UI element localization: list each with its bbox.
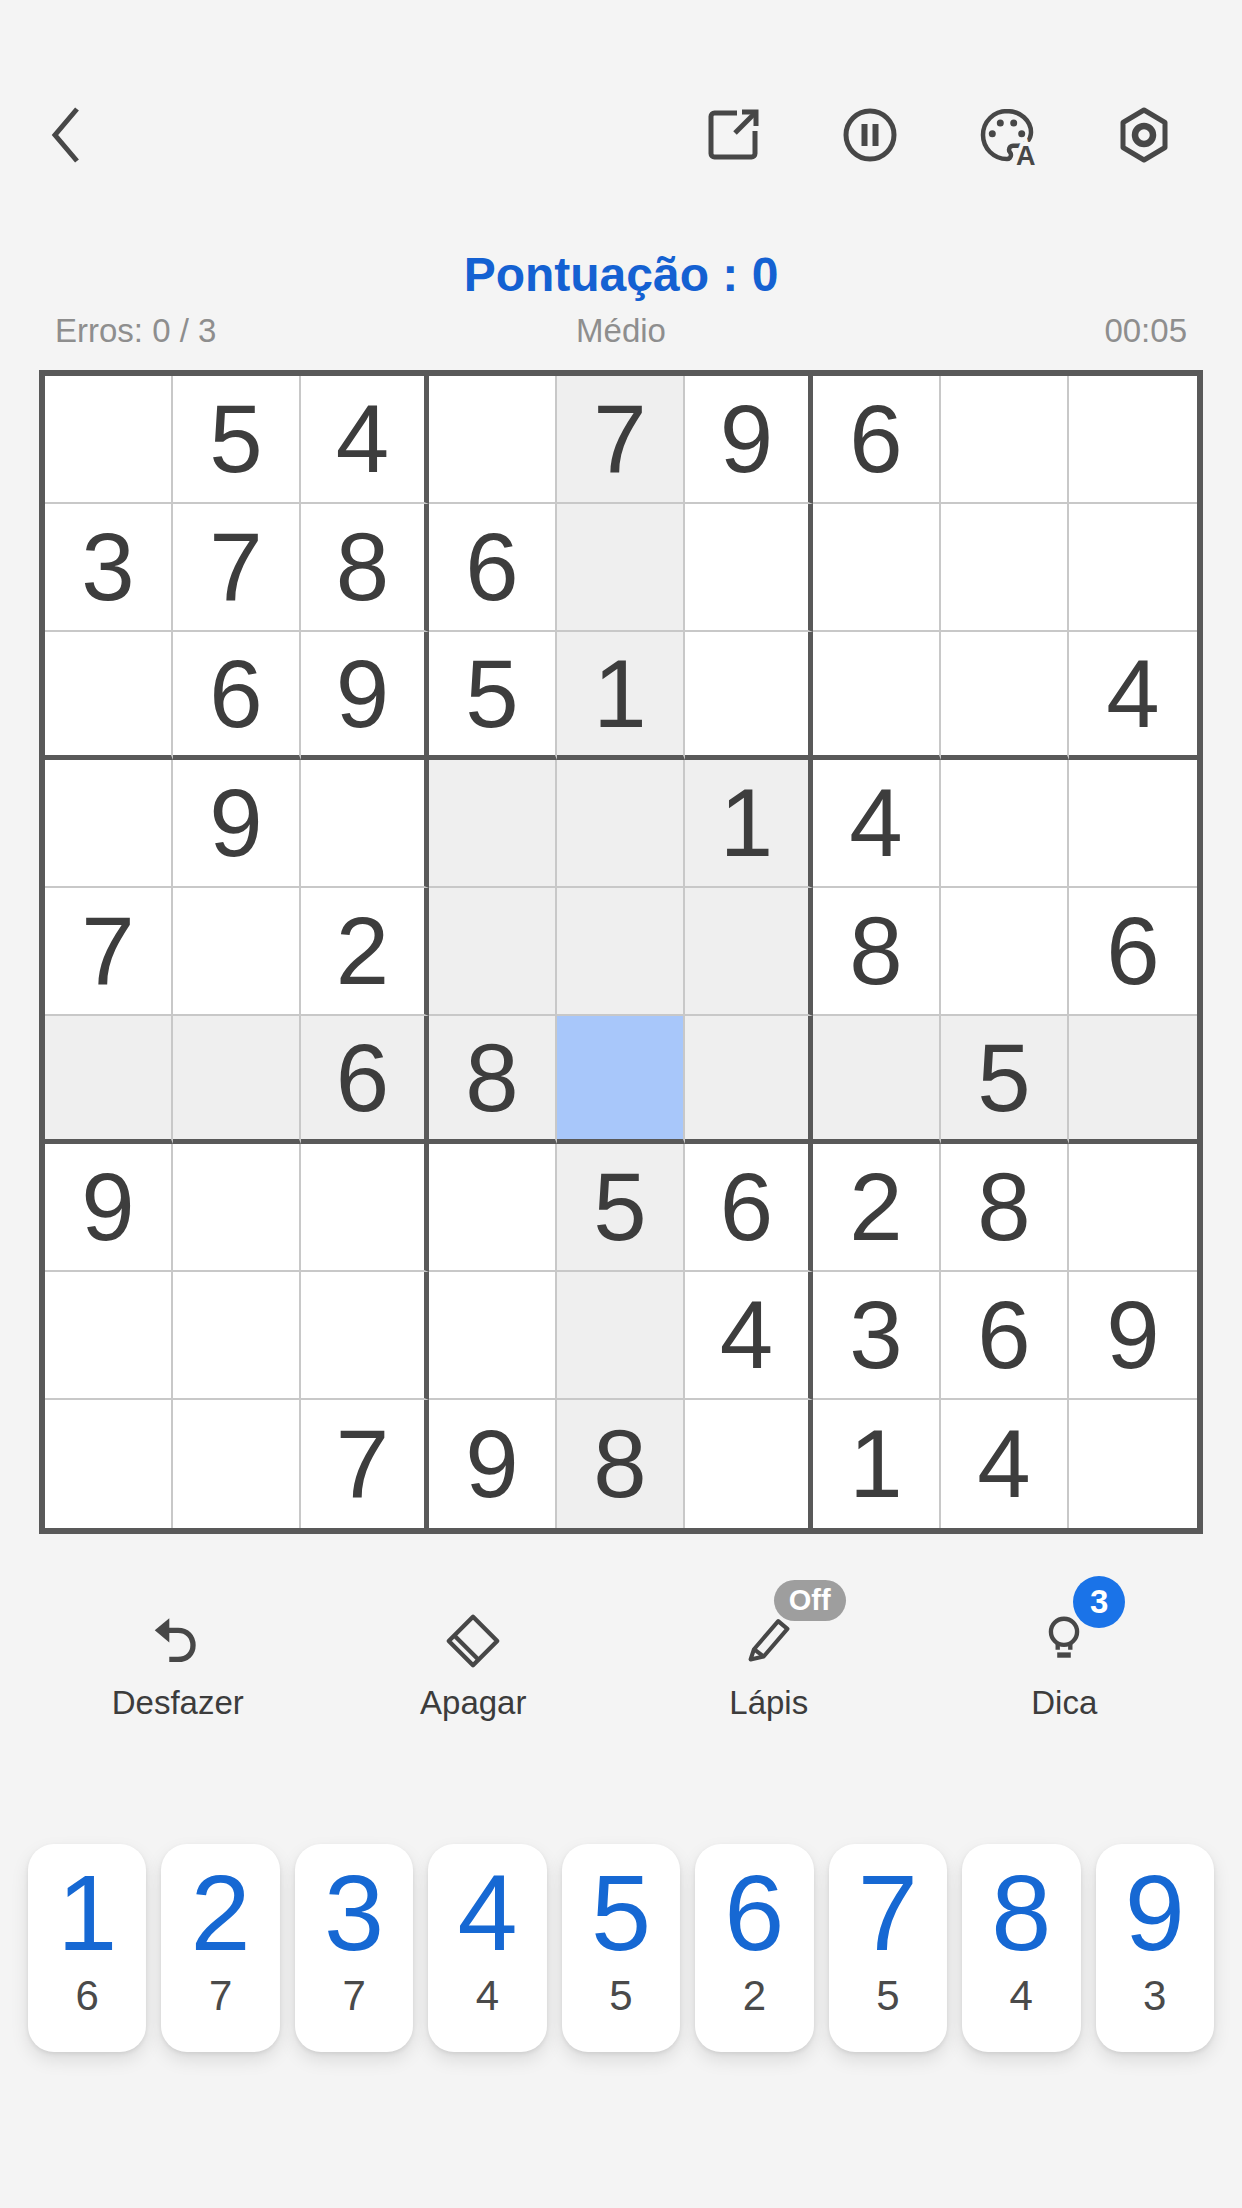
back-button[interactable] bbox=[44, 103, 88, 167]
cell-r5c5[interactable] bbox=[557, 888, 685, 1016]
theme-button[interactable]: A bbox=[975, 103, 1039, 167]
difficulty-label: Médio bbox=[0, 310, 1242, 352]
numkey-4[interactable]: 44 bbox=[428, 1844, 546, 2052]
numkey-count: 7 bbox=[342, 1975, 365, 2017]
numkey-count: 3 bbox=[1143, 1975, 1166, 2017]
cell-r4c3[interactable] bbox=[301, 760, 429, 888]
cell-r2c4[interactable]: 6 bbox=[429, 504, 557, 632]
cell-r1c3[interactable]: 4 bbox=[301, 376, 429, 504]
cell-r9c2[interactable] bbox=[173, 1400, 301, 1528]
settings-nut-icon bbox=[1112, 103, 1176, 167]
numkey-6[interactable]: 62 bbox=[695, 1844, 813, 2052]
cell-r8c3[interactable] bbox=[301, 1272, 429, 1400]
cell-r7c1[interactable]: 9 bbox=[45, 1144, 173, 1272]
numkey-count: 5 bbox=[876, 1975, 899, 2017]
cell-r6c7[interactable] bbox=[813, 1016, 941, 1144]
erase-label: Apagar bbox=[363, 1684, 583, 1722]
numkey-digit: 6 bbox=[724, 1854, 784, 1973]
pencil-button[interactable]: Off Lápis bbox=[659, 1598, 879, 1722]
bottom-toolbar: Desfazer Apagar Off Lápis bbox=[0, 1598, 1242, 1722]
numkey-digit: 1 bbox=[57, 1854, 117, 1973]
cell-r2c8[interactable] bbox=[941, 504, 1069, 632]
cell-r8c7[interactable]: 3 bbox=[813, 1272, 941, 1400]
cell-r5c1[interactable]: 7 bbox=[45, 888, 173, 1016]
cell-r6c5[interactable] bbox=[557, 1016, 685, 1144]
cell-r6c2[interactable] bbox=[173, 1016, 301, 1144]
pause-icon bbox=[838, 103, 902, 167]
cell-r4c6[interactable]: 1 bbox=[685, 760, 813, 888]
undo-icon-wrap bbox=[143, 1598, 213, 1672]
cell-r9c8[interactable]: 4 bbox=[941, 1400, 1069, 1528]
cell-r8c1[interactable] bbox=[45, 1272, 173, 1400]
cell-r1c9[interactable] bbox=[1069, 376, 1197, 504]
numkey-count: 4 bbox=[1010, 1975, 1033, 2017]
cell-r7c3[interactable] bbox=[301, 1144, 429, 1272]
cell-r5c8[interactable] bbox=[941, 888, 1069, 1016]
cell-r9c9[interactable] bbox=[1069, 1400, 1197, 1528]
cell-r9c1[interactable] bbox=[45, 1400, 173, 1528]
cell-r6c4[interactable]: 8 bbox=[429, 1016, 557, 1144]
cell-r5c7[interactable]: 8 bbox=[813, 888, 941, 1016]
cell-r3c1[interactable] bbox=[45, 632, 173, 760]
numkey-count: 4 bbox=[476, 1975, 499, 2017]
numkey-9[interactable]: 93 bbox=[1096, 1844, 1214, 2052]
pause-button[interactable] bbox=[838, 103, 902, 167]
cell-r7c4[interactable] bbox=[429, 1144, 557, 1272]
numkey-digit: 8 bbox=[991, 1854, 1051, 1973]
undo-button[interactable]: Desfazer bbox=[68, 1598, 288, 1722]
cell-r2c1[interactable]: 3 bbox=[45, 504, 173, 632]
numkey-3[interactable]: 37 bbox=[295, 1844, 413, 2052]
cell-r3c4[interactable]: 5 bbox=[429, 632, 557, 760]
cell-r7c6[interactable]: 6 bbox=[685, 1144, 813, 1272]
pencil-off-badge: Off bbox=[774, 1580, 846, 1621]
numkey-1[interactable]: 16 bbox=[28, 1844, 146, 2052]
cell-r8c5[interactable] bbox=[557, 1272, 685, 1400]
numkey-count: 2 bbox=[743, 1975, 766, 2017]
cell-r7c8[interactable]: 8 bbox=[941, 1144, 1069, 1272]
cell-r1c4[interactable] bbox=[429, 376, 557, 504]
back-chevron-icon bbox=[44, 103, 88, 167]
cell-r4c9[interactable] bbox=[1069, 760, 1197, 888]
cell-r5c6[interactable] bbox=[685, 888, 813, 1016]
cell-r1c2[interactable]: 5 bbox=[173, 376, 301, 504]
numkey-count: 7 bbox=[209, 1975, 232, 2017]
cell-r5c9[interactable]: 6 bbox=[1069, 888, 1197, 1016]
cell-r3c8[interactable] bbox=[941, 632, 1069, 760]
cell-r7c9[interactable] bbox=[1069, 1144, 1197, 1272]
top-toolbar: A bbox=[0, 0, 1242, 170]
cell-r3c7[interactable] bbox=[813, 632, 941, 760]
cell-r8c9[interactable]: 9 bbox=[1069, 1272, 1197, 1400]
status-bar: Erros: 0 / 3 Médio 00:05 bbox=[0, 310, 1242, 352]
cell-r8c8[interactable]: 6 bbox=[941, 1272, 1069, 1400]
cell-r5c2[interactable] bbox=[173, 888, 301, 1016]
palette-theme-icon: A bbox=[975, 103, 1039, 167]
numkey-digit: 2 bbox=[191, 1854, 251, 1973]
numkey-count: 5 bbox=[609, 1975, 632, 2017]
sudoku-board: 54796378669514914728668595628436979814 bbox=[39, 370, 1203, 1534]
bulb-icon-wrap: 3 bbox=[1029, 1598, 1099, 1672]
cell-r3c3[interactable]: 9 bbox=[301, 632, 429, 760]
score-text: Pontuação : 0 bbox=[0, 246, 1242, 304]
cell-r3c5[interactable]: 1 bbox=[557, 632, 685, 760]
numkey-digit: 7 bbox=[858, 1854, 918, 1973]
cell-r2c2[interactable]: 7 bbox=[173, 504, 301, 632]
hint-count-badge: 3 bbox=[1073, 1576, 1125, 1628]
numkey-count: 6 bbox=[76, 1975, 99, 2017]
cell-r9c7[interactable]: 1 bbox=[813, 1400, 941, 1528]
cell-r2c7[interactable] bbox=[813, 504, 941, 632]
cell-r1c1[interactable] bbox=[45, 376, 173, 504]
numkey-digit: 9 bbox=[1125, 1854, 1185, 1973]
sudoku-app-screen: A Pontuação : 0 Erros: 0 / 3 Médio 00:05… bbox=[0, 0, 1242, 2208]
cell-r4c5[interactable] bbox=[557, 760, 685, 888]
undo-icon bbox=[147, 1610, 209, 1672]
cell-r4c2[interactable]: 9 bbox=[173, 760, 301, 888]
cell-r6c6[interactable] bbox=[685, 1016, 813, 1144]
cell-r4c8[interactable] bbox=[941, 760, 1069, 888]
cell-r2c6[interactable] bbox=[685, 504, 813, 632]
numkey-digit: 5 bbox=[591, 1854, 651, 1973]
numkey-7[interactable]: 75 bbox=[829, 1844, 947, 2052]
numkey-digit: 4 bbox=[457, 1854, 517, 1973]
eraser-icon bbox=[442, 1610, 504, 1672]
cell-r4c4[interactable] bbox=[429, 760, 557, 888]
cell-r1c7[interactable]: 6 bbox=[813, 376, 941, 504]
cell-r8c4[interactable] bbox=[429, 1272, 557, 1400]
cell-r4c7[interactable]: 4 bbox=[813, 760, 941, 888]
numkey-5[interactable]: 55 bbox=[562, 1844, 680, 2052]
numkey-8[interactable]: 84 bbox=[962, 1844, 1080, 2052]
hint-button[interactable]: 3 Dica bbox=[954, 1598, 1174, 1722]
share-icon bbox=[701, 103, 765, 167]
svg-text:A: A bbox=[1016, 141, 1036, 167]
cell-r7c2[interactable] bbox=[173, 1144, 301, 1272]
cell-r1c5[interactable]: 7 bbox=[557, 376, 685, 504]
cell-r2c5[interactable] bbox=[557, 504, 685, 632]
cell-r9c4[interactable]: 9 bbox=[429, 1400, 557, 1528]
pencil-icon-wrap: Off bbox=[734, 1598, 804, 1672]
cell-r2c3[interactable]: 8 bbox=[301, 504, 429, 632]
cell-r3c9[interactable]: 4 bbox=[1069, 632, 1197, 760]
cell-r2c9[interactable] bbox=[1069, 504, 1197, 632]
hint-label: Dica bbox=[954, 1684, 1174, 1722]
cell-r9c5[interactable]: 8 bbox=[557, 1400, 685, 1528]
undo-label: Desfazer bbox=[68, 1684, 288, 1722]
eraser-icon-wrap bbox=[438, 1598, 508, 1672]
cell-r1c6[interactable]: 9 bbox=[685, 376, 813, 504]
cell-r7c7[interactable]: 2 bbox=[813, 1144, 941, 1272]
topbar-actions: A bbox=[701, 103, 1176, 167]
cell-r9c6[interactable] bbox=[685, 1400, 813, 1528]
settings-button[interactable] bbox=[1112, 103, 1176, 167]
cell-r8c2[interactable] bbox=[173, 1272, 301, 1400]
cell-r3c6[interactable] bbox=[685, 632, 813, 760]
cell-r6c3[interactable]: 6 bbox=[301, 1016, 429, 1144]
numpad: 162737445562758493 bbox=[0, 1844, 1242, 2052]
cell-r8c6[interactable]: 4 bbox=[685, 1272, 813, 1400]
cell-r6c8[interactable]: 5 bbox=[941, 1016, 1069, 1144]
cell-r6c9[interactable] bbox=[1069, 1016, 1197, 1144]
numkey-2[interactable]: 27 bbox=[161, 1844, 279, 2052]
cell-r1c8[interactable] bbox=[941, 376, 1069, 504]
cell-r3c2[interactable]: 6 bbox=[173, 632, 301, 760]
pencil-label: Lápis bbox=[659, 1684, 879, 1722]
cell-r4c1[interactable] bbox=[45, 760, 173, 888]
share-button[interactable] bbox=[701, 103, 765, 167]
cell-r9c3[interactable]: 7 bbox=[301, 1400, 429, 1528]
numkey-digit: 3 bbox=[324, 1854, 384, 1973]
cell-r6c1[interactable] bbox=[45, 1016, 173, 1144]
cell-r5c3[interactable]: 2 bbox=[301, 888, 429, 1016]
cell-r7c5[interactable]: 5 bbox=[557, 1144, 685, 1272]
erase-button[interactable]: Apagar bbox=[363, 1598, 583, 1722]
cell-r5c4[interactable] bbox=[429, 888, 557, 1016]
